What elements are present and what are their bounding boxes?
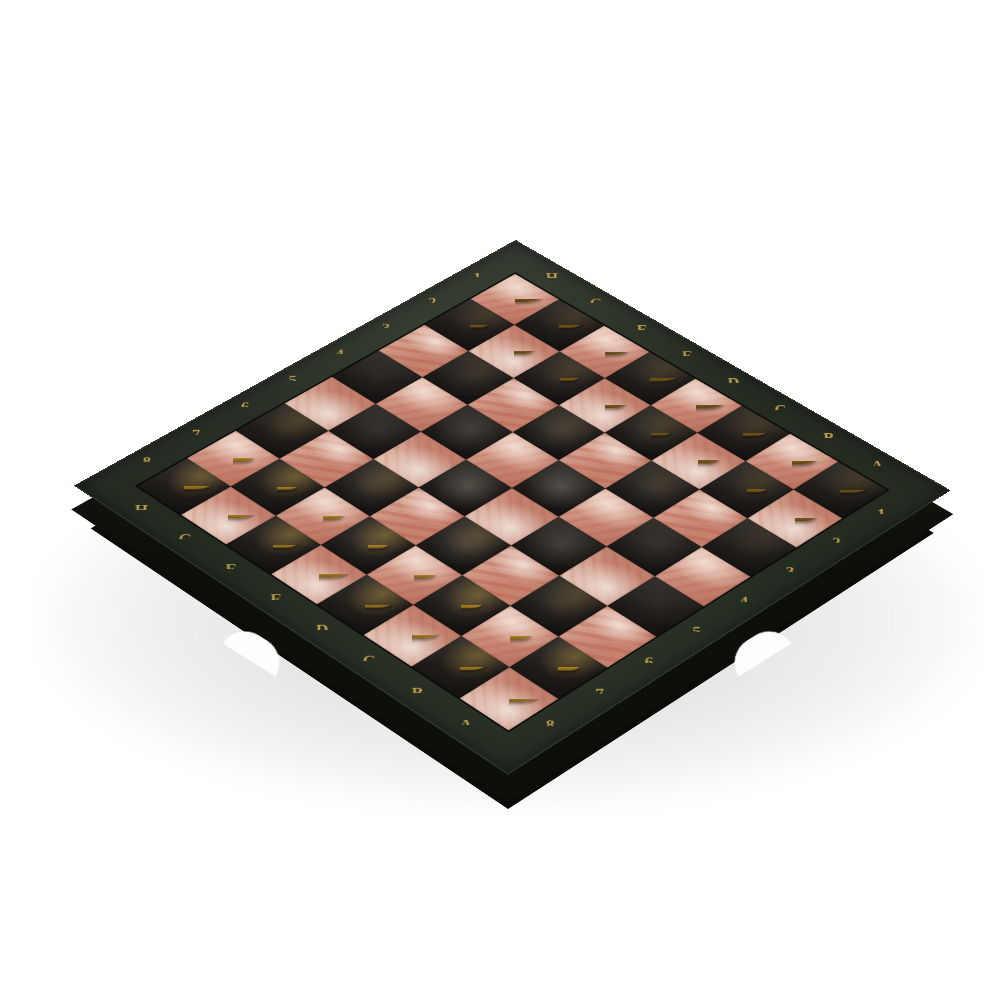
coord-label-lower-right-6: 6	[644, 654, 654, 672]
square-a4[interactable]	[655, 547, 751, 607]
coord-label-lower-left-D: D	[316, 621, 330, 639]
coord-label-lower-left-E: E	[270, 591, 283, 609]
square-b3[interactable]	[653, 489, 747, 547]
coord-label-lower-right-4: 4	[739, 593, 749, 611]
square-sheen	[606, 517, 701, 576]
coord-label-lower-right-1: 1	[877, 506, 887, 523]
coord-label-lower-left-H: H	[134, 502, 149, 519]
square-a3[interactable]	[702, 518, 797, 577]
square-a5[interactable]	[607, 576, 704, 637]
coord-label-upper-left-3: 3	[382, 320, 391, 336]
scene: 11HH22GG33FF44EE55DD66CC77BB88AA♜♜♞♞♝♝♛♛…	[0, 0, 1000, 1000]
rook-glyph: ♜	[445, 479, 574, 690]
coord-label-lower-left-C: C	[363, 652, 377, 670]
piece-reflection-tint	[702, 518, 797, 577]
coord-label-lower-left-G: G	[178, 531, 193, 548]
coord-label-lower-left-F: F	[225, 561, 237, 578]
coord-label-lower-left-A: A	[459, 716, 473, 735]
coord-label-lower-right-3: 3	[786, 564, 796, 581]
square-sheen	[607, 576, 704, 637]
square-b4[interactable]	[606, 517, 701, 576]
square-sheen	[702, 518, 797, 577]
coord-label-lower-right-5: 5	[692, 623, 702, 641]
coord-label-lower-right-2: 2	[832, 534, 842, 551]
coord-label-lower-right-7: 7	[595, 685, 605, 703]
coord-label-lower-right-8: 8	[546, 717, 556, 736]
pawn-glyph: ♟	[753, 374, 836, 510]
coord-label-lower-left-B: B	[411, 684, 424, 702]
